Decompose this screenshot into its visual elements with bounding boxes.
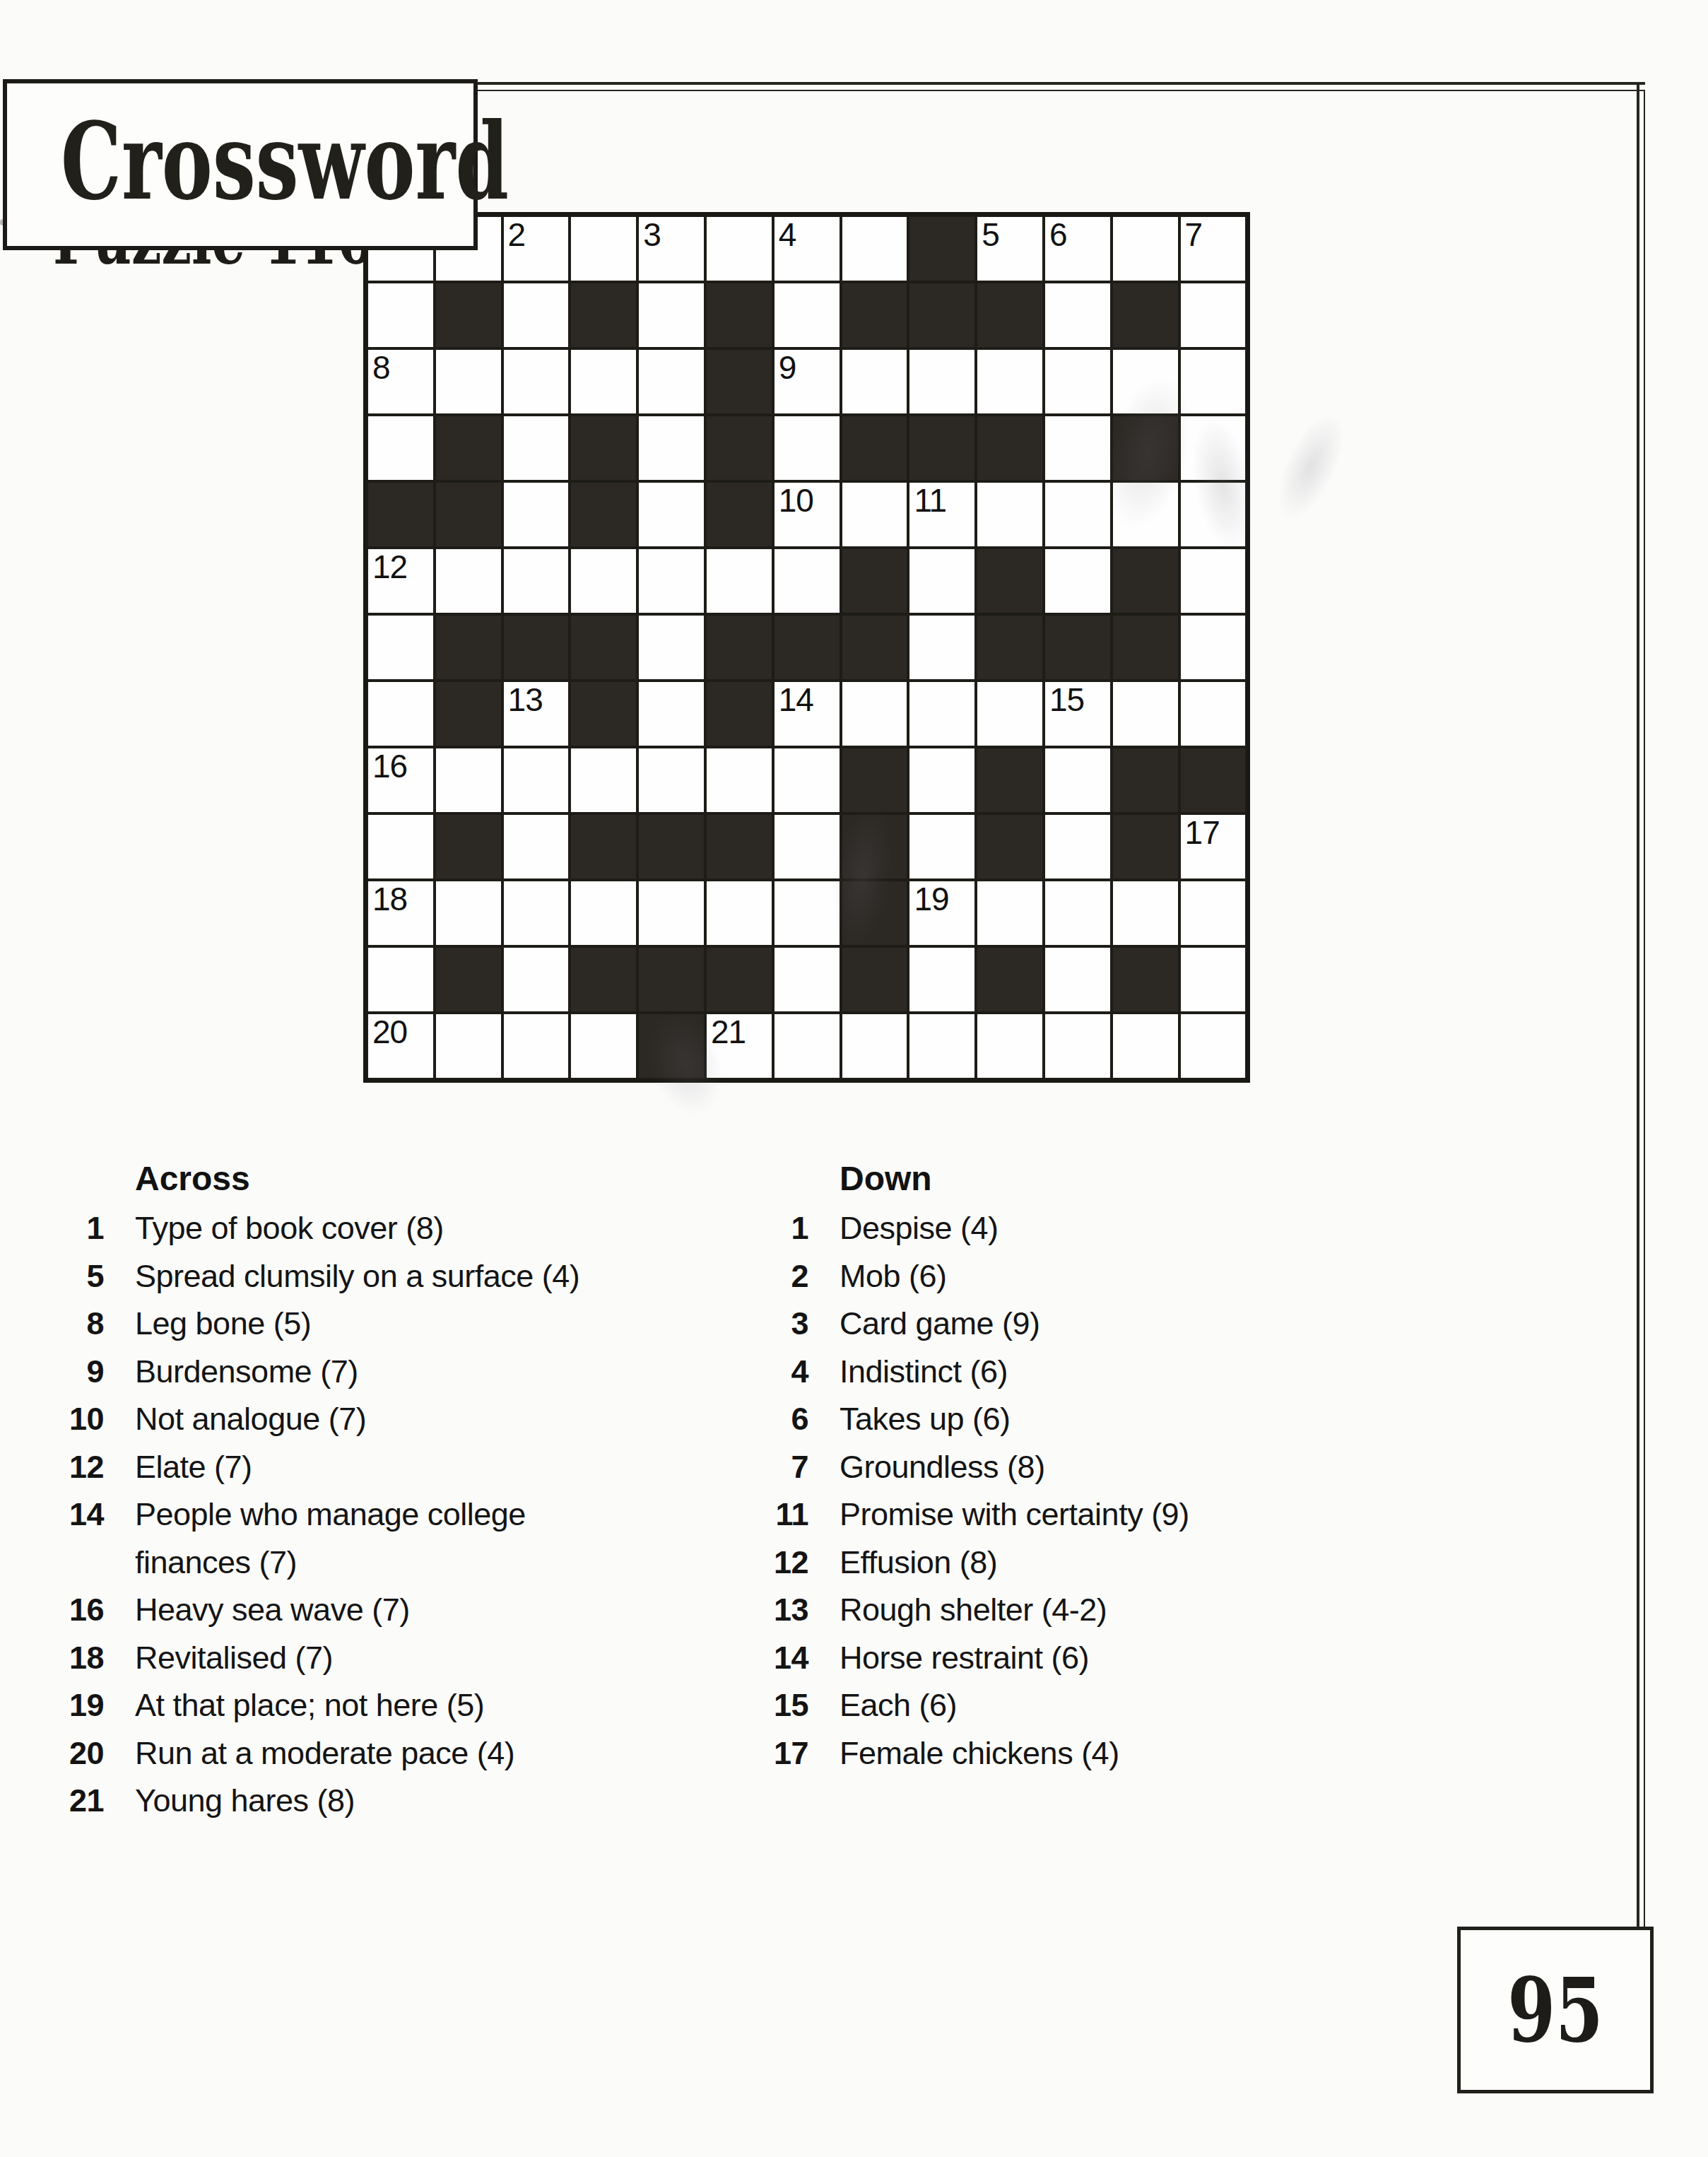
black-cell — [841, 747, 909, 813]
white-cell[interactable] — [637, 880, 705, 946]
black-cell — [435, 681, 502, 747]
black-cell — [367, 481, 435, 548]
clue-number: 13 — [508, 683, 543, 717]
black-cell — [841, 880, 909, 946]
white-cell[interactable] — [637, 348, 705, 415]
title-box: Crossword — [3, 79, 478, 250]
clue-text: Spread clumsily on a surface (4) — [135, 1252, 579, 1300]
black-cell — [1112, 946, 1179, 1013]
white-cell[interactable] — [502, 880, 570, 946]
white-cell[interactable] — [841, 348, 909, 415]
clue-list-number: 15 — [765, 1681, 808, 1729]
black-cell — [976, 614, 1044, 681]
black-cell — [1112, 548, 1179, 614]
white-cell[interactable] — [908, 614, 976, 681]
clue: 9Burdensome (7) — [60, 1348, 569, 1396]
white-cell[interactable] — [976, 481, 1044, 548]
white-cell[interactable] — [502, 1013, 570, 1079]
black-cell — [705, 415, 773, 481]
white-cell[interactable]: 16 — [367, 747, 435, 813]
clue-number: 18 — [372, 882, 407, 916]
clue: 14People who manage collegefinances (7) — [60, 1491, 569, 1586]
black-cell — [1179, 747, 1247, 813]
clue: 13Rough shelter (4-2) — [765, 1586, 1471, 1634]
clue-number: 7 — [1185, 218, 1203, 252]
black-cell — [976, 415, 1044, 481]
white-cell[interactable] — [976, 348, 1044, 415]
clue-list-number: 16 — [60, 1586, 104, 1634]
black-cell — [705, 348, 773, 415]
white-cell[interactable] — [773, 415, 841, 481]
black-cell — [435, 481, 502, 548]
clue-list-number: 4 — [765, 1348, 808, 1396]
pencil-smudge — [1264, 405, 1357, 529]
clue: 16Heavy sea wave (7) — [60, 1586, 569, 1634]
white-cell[interactable] — [637, 415, 705, 481]
white-cell[interactable] — [570, 747, 637, 813]
clue-text: Mob (6) — [840, 1252, 947, 1300]
white-cell[interactable] — [908, 1013, 976, 1079]
clue: 3Card game (9) — [765, 1300, 1471, 1348]
white-cell[interactable] — [773, 813, 841, 880]
black-cell — [570, 946, 637, 1013]
clue: 14Horse restraint (6) — [765, 1634, 1471, 1682]
white-cell[interactable] — [1112, 880, 1179, 946]
clue: 7Groundless (8) — [765, 1443, 1471, 1491]
clue-list-number: 5 — [60, 1252, 104, 1300]
white-cell[interactable] — [502, 348, 570, 415]
white-cell[interactable]: 12 — [367, 548, 435, 614]
white-cell[interactable] — [705, 216, 773, 282]
black-cell — [705, 481, 773, 548]
clue-text: Young hares (8) — [135, 1777, 355, 1825]
white-cell[interactable] — [570, 216, 637, 282]
clue-list-number: 2 — [765, 1252, 808, 1300]
white-cell[interactable] — [908, 681, 976, 747]
white-cell[interactable]: 4 — [773, 216, 841, 282]
white-cell[interactable] — [502, 548, 570, 614]
clue: 20Run at a moderate pace (4) — [60, 1729, 569, 1777]
white-cell[interactable] — [841, 216, 909, 282]
black-cell — [1112, 282, 1179, 348]
black-cell — [705, 946, 773, 1013]
black-cell — [976, 946, 1044, 1013]
white-cell[interactable] — [1179, 614, 1247, 681]
white-cell[interactable]: 3 — [637, 216, 705, 282]
clue-number: 12 — [372, 550, 407, 584]
clue-number: 20 — [372, 1015, 407, 1049]
white-cell[interactable] — [705, 880, 773, 946]
white-cell[interactable] — [435, 548, 502, 614]
white-cell[interactable] — [1112, 481, 1179, 548]
black-cell — [570, 282, 637, 348]
white-cell[interactable] — [773, 880, 841, 946]
clue-list-number: 1 — [765, 1204, 808, 1252]
black-cell — [705, 813, 773, 880]
white-cell[interactable] — [1112, 681, 1179, 747]
black-cell — [908, 282, 976, 348]
white-cell[interactable] — [773, 1013, 841, 1079]
clue-number: 8 — [372, 351, 390, 384]
black-cell — [908, 415, 976, 481]
clue-text: Despise (4) — [840, 1204, 999, 1252]
black-cell — [841, 548, 909, 614]
black-cell — [976, 548, 1044, 614]
white-cell[interactable]: 18 — [367, 880, 435, 946]
white-cell[interactable] — [637, 282, 705, 348]
clue: 21Young hares (8) — [60, 1777, 569, 1825]
clue-text: Horse restraint (6) — [840, 1634, 1089, 1682]
clue: 11Promise with certainty (9) — [765, 1491, 1471, 1539]
white-cell[interactable] — [1044, 946, 1112, 1013]
clue: 12Elate (7) — [60, 1443, 569, 1491]
white-cell[interactable] — [1044, 1013, 1112, 1079]
clue: 1Despise (4) — [765, 1204, 1471, 1252]
white-cell[interactable] — [1044, 548, 1112, 614]
white-cell[interactable] — [1179, 1013, 1247, 1079]
white-cell[interactable] — [908, 348, 976, 415]
white-cell[interactable]: 15 — [1044, 681, 1112, 747]
white-cell[interactable] — [502, 946, 570, 1013]
clue: 2Mob (6) — [765, 1252, 1471, 1300]
white-cell[interactable] — [1179, 415, 1247, 481]
white-cell[interactable]: 11 — [908, 481, 976, 548]
clue-text: At that place; not here (5) — [135, 1681, 484, 1729]
white-cell[interactable]: 10 — [773, 481, 841, 548]
black-cell — [637, 946, 705, 1013]
clue-list-number: 21 — [60, 1777, 104, 1825]
white-cell[interactable] — [502, 415, 570, 481]
clue-list-number: 6 — [765, 1395, 808, 1443]
clue-list-number: 13 — [765, 1586, 808, 1634]
clue-text: Promise with certainty (9) — [840, 1491, 1189, 1539]
black-cell — [435, 614, 502, 681]
white-cell[interactable] — [1044, 415, 1112, 481]
clue-list-number: 10 — [60, 1395, 104, 1443]
clue-number: 17 — [1185, 816, 1220, 850]
white-cell[interactable] — [773, 747, 841, 813]
across-header: Across — [135, 1160, 569, 1197]
clue-text: Run at a moderate pace (4) — [135, 1729, 514, 1777]
crossword-grid: 123456789101112131415161718192021 — [363, 212, 1250, 1083]
black-cell — [435, 415, 502, 481]
black-cell — [435, 813, 502, 880]
black-cell — [570, 813, 637, 880]
clue-number: 14 — [779, 683, 813, 717]
clue-list-number: 8 — [60, 1300, 104, 1348]
white-cell[interactable] — [637, 481, 705, 548]
clue-list-number: 12 — [765, 1539, 808, 1587]
clue-number: 15 — [1049, 683, 1084, 717]
clue-number: 3 — [643, 218, 661, 252]
black-cell — [637, 1013, 705, 1079]
black-cell — [570, 415, 637, 481]
black-cell — [570, 481, 637, 548]
black-cell — [435, 946, 502, 1013]
clue-list-number: 17 — [765, 1729, 808, 1777]
clue-list-number: 7 — [765, 1443, 808, 1491]
black-cell — [976, 813, 1044, 880]
clue-list-number: 3 — [765, 1300, 808, 1348]
white-cell[interactable] — [976, 880, 1044, 946]
white-cell[interactable] — [1112, 348, 1179, 415]
clue-text: Burdensome (7) — [135, 1348, 358, 1396]
clue-text: Each (6) — [840, 1681, 957, 1729]
white-cell[interactable] — [435, 348, 502, 415]
clue-number: 4 — [779, 218, 796, 252]
page-title: Crossword — [61, 108, 509, 214]
white-cell[interactable] — [435, 747, 502, 813]
white-cell[interactable] — [1044, 880, 1112, 946]
clue-text: People who manage collegefinances (7) — [135, 1491, 526, 1586]
clue: 19At that place; not here (5) — [60, 1681, 569, 1729]
clue-list-number: 20 — [60, 1729, 104, 1777]
black-cell — [841, 813, 909, 880]
page-frame-right-line — [1637, 82, 1639, 1931]
white-cell[interactable] — [1112, 216, 1179, 282]
clue: 12Effusion (8) — [765, 1539, 1471, 1587]
white-cell[interactable] — [1179, 282, 1247, 348]
white-cell[interactable] — [841, 1013, 909, 1079]
white-cell[interactable] — [1179, 481, 1247, 548]
white-cell[interactable] — [908, 813, 976, 880]
white-cell[interactable] — [367, 614, 435, 681]
white-cell[interactable] — [908, 548, 976, 614]
clue-text: Leg bone (5) — [135, 1300, 311, 1348]
white-cell[interactable] — [502, 747, 570, 813]
down-clues: Down 1Despise (4)2Mob (6)3Card game (9)4… — [765, 1160, 1471, 1777]
clue-number: 11 — [914, 483, 946, 517]
clue-number: 5 — [982, 218, 999, 252]
white-cell[interactable] — [841, 481, 909, 548]
black-cell — [1112, 614, 1179, 681]
down-header: Down — [840, 1160, 1471, 1197]
black-cell — [1112, 747, 1179, 813]
white-cell[interactable] — [367, 415, 435, 481]
clue-list-number: 19 — [60, 1681, 104, 1729]
white-cell[interactable] — [502, 481, 570, 548]
white-cell[interactable] — [1044, 747, 1112, 813]
clue-number: 9 — [779, 351, 796, 384]
white-cell[interactable] — [367, 681, 435, 747]
white-cell[interactable] — [976, 681, 1044, 747]
black-cell — [841, 282, 909, 348]
black-cell — [637, 813, 705, 880]
white-cell[interactable] — [435, 1013, 502, 1079]
white-cell[interactable] — [367, 813, 435, 880]
black-cell — [570, 614, 637, 681]
white-cell[interactable]: 5 — [976, 216, 1044, 282]
black-cell — [841, 614, 909, 681]
black-cell — [705, 681, 773, 747]
clue-list-number: 1 — [60, 1204, 104, 1252]
white-cell[interactable] — [570, 1013, 637, 1079]
clue: 17Female chickens (4) — [765, 1729, 1471, 1777]
across-clue-list: 1Type of book cover (8)5Spread clumsily … — [60, 1204, 569, 1825]
white-cell[interactable]: 7 — [1179, 216, 1247, 282]
clue-text: Effusion (8) — [840, 1539, 997, 1587]
black-cell — [435, 282, 502, 348]
black-cell — [570, 681, 637, 747]
clue-text: Card game (9) — [840, 1300, 1040, 1348]
white-cell[interactable] — [773, 946, 841, 1013]
black-cell — [841, 946, 909, 1013]
white-cell[interactable]: 21 — [705, 1013, 773, 1079]
white-cell[interactable] — [502, 813, 570, 880]
white-cell[interactable] — [976, 1013, 1044, 1079]
white-cell[interactable] — [908, 946, 976, 1013]
white-cell[interactable] — [841, 681, 909, 747]
page-number: 95 — [1507, 1958, 1603, 2062]
white-cell[interactable] — [1044, 481, 1112, 548]
white-cell[interactable] — [367, 282, 435, 348]
clue-list-number: 12 — [60, 1443, 104, 1491]
white-cell[interactable] — [570, 880, 637, 946]
clue-text: Female chickens (4) — [840, 1729, 1119, 1777]
clue-text: Indistinct (6) — [840, 1348, 1008, 1396]
clue-text: Rough shelter (4-2) — [840, 1586, 1107, 1634]
white-cell[interactable] — [435, 880, 502, 946]
white-cell[interactable]: 20 — [367, 1013, 435, 1079]
clue-text: Revitalised (7) — [135, 1634, 333, 1682]
white-cell[interactable]: 13 — [502, 681, 570, 747]
clue-text: Groundless (8) — [840, 1443, 1045, 1491]
black-cell — [1112, 415, 1179, 481]
black-cell — [773, 614, 841, 681]
clue-list-number: 9 — [60, 1348, 104, 1396]
clue-text: Not analogue (7) — [135, 1395, 366, 1443]
white-cell[interactable]: 14 — [773, 681, 841, 747]
white-cell[interactable] — [570, 548, 637, 614]
clue: 18Revitalised (7) — [60, 1634, 569, 1682]
black-cell — [705, 614, 773, 681]
white-cell[interactable]: 17 — [1179, 813, 1247, 880]
white-cell[interactable] — [1179, 681, 1247, 747]
black-cell — [976, 282, 1044, 348]
clue: 6Takes up (6) — [765, 1395, 1471, 1443]
white-cell[interactable] — [705, 747, 773, 813]
white-cell[interactable] — [1044, 348, 1112, 415]
white-cell[interactable] — [570, 348, 637, 415]
clue: 8Leg bone (5) — [60, 1300, 569, 1348]
white-cell[interactable]: 9 — [773, 348, 841, 415]
white-cell[interactable] — [773, 548, 841, 614]
clue-number: 10 — [779, 483, 813, 517]
clue-number: 21 — [711, 1015, 746, 1049]
white-cell[interactable] — [1044, 282, 1112, 348]
black-cell — [976, 747, 1044, 813]
black-cell — [705, 282, 773, 348]
clue: 10Not analogue (7) — [60, 1395, 569, 1443]
clue: 1Type of book cover (8) — [60, 1204, 569, 1252]
clue-text: Elate (7) — [135, 1443, 252, 1491]
white-cell[interactable] — [502, 282, 570, 348]
clue: 4Indistinct (6) — [765, 1348, 1471, 1396]
page-frame-top-line — [466, 82, 1645, 85]
black-cell — [908, 216, 976, 282]
white-cell[interactable] — [367, 946, 435, 1013]
black-cell — [1112, 813, 1179, 880]
white-cell[interactable] — [1179, 946, 1247, 1013]
page-frame-top-line-inner — [475, 90, 1645, 91]
white-cell[interactable] — [637, 681, 705, 747]
white-cell[interactable] — [773, 282, 841, 348]
clue-number: 2 — [508, 218, 526, 252]
white-cell[interactable] — [637, 548, 705, 614]
clue-number: 6 — [1049, 218, 1067, 252]
white-cell[interactable]: 8 — [367, 348, 435, 415]
white-cell[interactable] — [908, 747, 976, 813]
black-cell — [841, 415, 909, 481]
white-cell[interactable] — [637, 614, 705, 681]
clue: 15Each (6) — [765, 1681, 1471, 1729]
down-clue-list: 1Despise (4)2Mob (6)3Card game (9)4Indis… — [765, 1204, 1471, 1777]
white-cell[interactable]: 19 — [908, 880, 976, 946]
white-cell[interactable]: 6 — [1044, 216, 1112, 282]
clue-list-number: 14 — [60, 1491, 104, 1586]
clue-number: 19 — [914, 882, 948, 916]
white-cell[interactable]: 2 — [502, 216, 570, 282]
white-cell[interactable] — [1044, 813, 1112, 880]
white-cell[interactable] — [1112, 1013, 1179, 1079]
white-cell[interactable] — [1179, 348, 1247, 415]
clue-text: Type of book cover (8) — [135, 1204, 444, 1252]
clue-number: 16 — [372, 749, 407, 783]
clue-list-number: 18 — [60, 1634, 104, 1682]
black-cell — [502, 614, 570, 681]
white-cell[interactable] — [637, 747, 705, 813]
clue-text: Takes up (6) — [840, 1395, 1011, 1443]
white-cell[interactable] — [705, 548, 773, 614]
black-cell — [1044, 614, 1112, 681]
white-cell[interactable] — [1179, 880, 1247, 946]
white-cell[interactable] — [1179, 548, 1247, 614]
clue-list-number: 14 — [765, 1634, 808, 1682]
clue-text: Heavy sea wave (7) — [135, 1586, 410, 1634]
page-number-box: 95 — [1457, 1927, 1654, 2093]
page-frame-right-line-inner — [1644, 90, 1645, 1927]
across-clues: Across 1Type of book cover (8)5Spread cl… — [60, 1160, 569, 1825]
clue-list-number: 11 — [765, 1491, 808, 1539]
clue: 5Spread clumsily on a surface (4) — [60, 1252, 569, 1300]
